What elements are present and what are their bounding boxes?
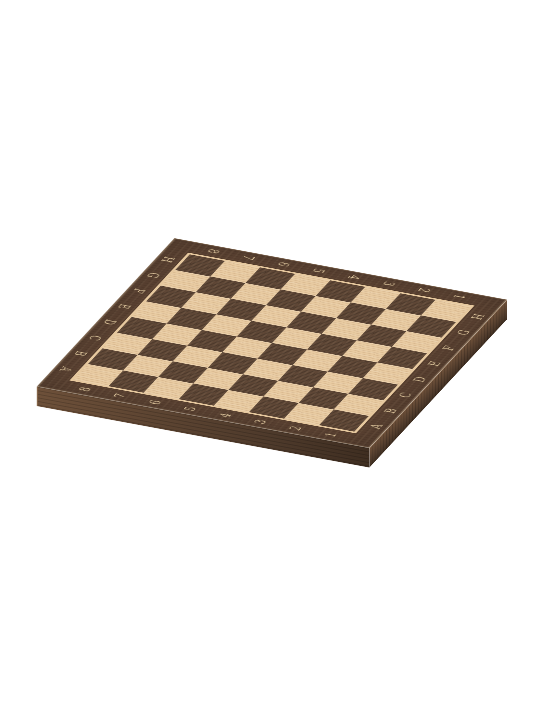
square-c4 [243,359,293,381]
square-c1 [348,378,398,400]
file-label: A [48,359,86,379]
chess-board: ABCDEFGH ABCDEFGH 87654321 87654321 [37,238,507,448]
product-photo: ABCDEFGH ABCDEFGH 87654321 87654321 [0,0,540,720]
square-a2 [284,403,334,425]
square-a4 [214,390,264,412]
square-d1 [363,362,413,384]
square-d2 [328,356,378,378]
square-c5 [208,352,258,374]
square-b6 [158,361,208,383]
square-b7 [123,355,173,377]
square-c6 [173,346,223,368]
square-b2 [299,387,349,409]
square-d4 [257,343,307,365]
square-a5 [179,384,229,406]
square-a8 [73,364,123,386]
square-c3 [278,365,328,387]
square-e1 [377,347,427,369]
square-c2 [313,372,363,394]
square-e2 [342,340,392,362]
square-a7 [109,371,159,393]
square-a3 [249,396,299,418]
square-a6 [144,377,194,399]
square-a1 [319,409,369,431]
square-b4 [228,374,278,396]
file-label: B [62,344,100,364]
square-b3 [263,381,313,403]
square-b8 [88,348,138,370]
square-d3 [293,349,343,371]
square-b1 [334,394,384,416]
square-b5 [193,368,243,390]
